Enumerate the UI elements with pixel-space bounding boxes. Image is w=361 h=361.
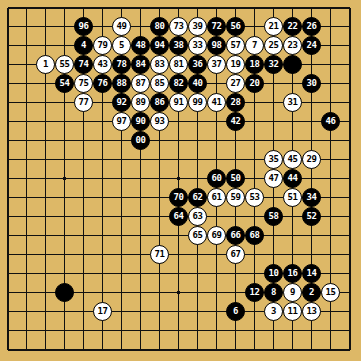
white-stone: 85: [150, 74, 169, 93]
white-stone: 59: [226, 188, 245, 207]
white-stone: 23: [283, 36, 302, 55]
move-number-label: 70: [174, 193, 184, 202]
move-number-label: 81: [174, 60, 184, 69]
white-stone: 53: [245, 188, 264, 207]
black-stone: 90: [131, 112, 150, 131]
move-number-label: 9: [290, 288, 295, 297]
white-stone: 19: [226, 55, 245, 74]
black-stone: 76: [93, 74, 112, 93]
move-number-label: 11: [288, 307, 298, 316]
move-number-label: 58: [269, 212, 279, 221]
white-stone: 7: [245, 36, 264, 55]
move-number-label: 27: [231, 79, 241, 88]
white-stone: 17: [93, 302, 112, 321]
white-stone: 37: [207, 55, 226, 74]
white-stone: 33: [188, 36, 207, 55]
move-number-label: 35: [269, 155, 279, 164]
move-number-label: 73: [174, 22, 184, 31]
move-number-label: 10: [269, 269, 279, 278]
black-stone: 44: [283, 169, 302, 188]
move-number-label: 63: [193, 212, 203, 221]
black-stone: 34: [302, 188, 321, 207]
move-number-label: 65: [193, 231, 203, 240]
white-stone: 79: [93, 36, 112, 55]
move-number-label: 96: [79, 22, 89, 31]
white-stone: 25: [264, 36, 283, 55]
move-number-label: 39: [193, 22, 203, 31]
move-number-label: 67: [231, 250, 241, 259]
move-number-label: 16: [288, 269, 298, 278]
white-stone: 67: [226, 245, 245, 264]
black-stone: 56: [226, 17, 245, 36]
move-number-label: 1: [43, 60, 48, 69]
move-number-label: 4: [81, 41, 86, 50]
black-stone: 92: [112, 93, 131, 112]
white-stone: 47: [264, 169, 283, 188]
move-number-label: 45: [288, 155, 298, 164]
move-number-label: 36: [193, 60, 203, 69]
move-number-label: 86: [155, 98, 165, 107]
move-number-label: 77: [79, 98, 89, 107]
move-number-label: 50: [231, 174, 241, 183]
black-stone: 20: [245, 74, 264, 93]
white-stone: 97: [112, 112, 131, 131]
move-number-label: 80: [155, 22, 165, 31]
move-number-label: 38: [174, 41, 184, 50]
white-stone: 91: [169, 93, 188, 112]
black-stone: 14: [302, 264, 321, 283]
move-number-label: 33: [193, 41, 203, 50]
black-stone: 60: [207, 169, 226, 188]
white-stone: 29: [302, 150, 321, 169]
move-number-label: 62: [193, 193, 203, 202]
white-stone: 71: [150, 245, 169, 264]
move-number-label: 75: [79, 79, 89, 88]
black-stone: 66: [226, 226, 245, 245]
move-number-label: 85: [155, 79, 165, 88]
black-stone: 52: [302, 207, 321, 226]
white-stone: 75: [74, 74, 93, 93]
white-stone: 81: [169, 55, 188, 74]
move-number-label: 87: [136, 79, 146, 88]
move-number-label: 00: [136, 136, 146, 145]
move-number-label: 88: [117, 79, 127, 88]
move-number-label: 56: [231, 22, 241, 31]
black-stone: 10: [264, 264, 283, 283]
white-stone: 63: [188, 207, 207, 226]
move-number-label: 98: [212, 41, 222, 50]
move-number-label: 82: [174, 79, 184, 88]
move-number-label: 92: [117, 98, 127, 107]
move-number-label: 91: [174, 98, 184, 107]
white-stone: 31: [283, 93, 302, 112]
white-stone: 73: [169, 17, 188, 36]
white-stone: 51: [283, 188, 302, 207]
black-stone: 6: [226, 302, 245, 321]
black-stone: 18: [245, 55, 264, 74]
white-stone: 5: [112, 36, 131, 55]
white-stone: 87: [131, 74, 150, 93]
black-stone: 70: [169, 188, 188, 207]
move-number-label: 28: [231, 98, 241, 107]
move-number-label: 59: [231, 193, 241, 202]
black-stone: 8: [264, 283, 283, 302]
move-number-label: 5: [119, 41, 124, 50]
move-number-label: 12: [250, 288, 260, 297]
move-number-label: 30: [307, 79, 317, 88]
black-stone: 62: [188, 188, 207, 207]
move-number-label: 34: [307, 193, 317, 202]
move-number-label: 53: [250, 193, 260, 202]
move-number-label: 84: [136, 60, 146, 69]
white-stone: 45: [283, 150, 302, 169]
move-number-label: 57: [231, 41, 241, 50]
black-stone: 98: [207, 36, 226, 55]
move-number-label: 32: [269, 60, 279, 69]
move-number-label: 14: [307, 269, 317, 278]
black-stone: 2: [302, 283, 321, 302]
move-number-label: 68: [250, 231, 260, 240]
white-stone: 99: [188, 93, 207, 112]
move-number-label: 83: [155, 60, 165, 69]
white-stone: 15: [321, 283, 340, 302]
move-number-label: 25: [269, 41, 279, 50]
white-stone: 69: [207, 226, 226, 245]
white-stone: 89: [131, 93, 150, 112]
move-number-label: 22: [288, 22, 298, 31]
move-number-label: 15: [326, 288, 336, 297]
move-number-label: 19: [231, 60, 241, 69]
move-number-label: 17: [98, 307, 108, 316]
move-number-label: 46: [326, 117, 336, 126]
white-stone: 27: [226, 74, 245, 93]
move-number-label: 2: [309, 288, 314, 297]
move-number-label: 66: [231, 231, 241, 240]
white-stone: 39: [188, 17, 207, 36]
move-number-label: 43: [98, 60, 108, 69]
move-number-label: 29: [307, 155, 317, 164]
move-number-label: 55: [60, 60, 70, 69]
black-stone: 58: [264, 207, 283, 226]
white-stone: 55: [55, 55, 74, 74]
move-number-label: 18: [250, 60, 260, 69]
black-stone: 12: [245, 283, 264, 302]
move-number-label: 42: [231, 117, 241, 126]
move-number-label: 99: [193, 98, 203, 107]
black-stone: 22: [283, 17, 302, 36]
move-number-label: 72: [212, 22, 222, 31]
black-stone: [55, 283, 74, 302]
white-stone: 3: [264, 302, 283, 321]
black-stone: [283, 55, 302, 74]
black-stone: 86: [150, 93, 169, 112]
black-stone: 00: [131, 131, 150, 150]
black-stone: 54: [55, 74, 74, 93]
black-stone: 28: [226, 93, 245, 112]
white-stone: 35: [264, 150, 283, 169]
black-stone: 30: [302, 74, 321, 93]
move-number-label: 23: [288, 41, 298, 50]
black-stone: 24: [302, 36, 321, 55]
move-number-label: 47: [269, 174, 279, 183]
move-number-label: 20: [250, 79, 260, 88]
white-stone: 41: [207, 93, 226, 112]
move-number-label: 52: [307, 212, 317, 221]
move-number-label: 69: [212, 231, 222, 240]
white-stone: 13: [302, 302, 321, 321]
move-number-label: 21: [269, 22, 279, 31]
white-stone: 1: [36, 55, 55, 74]
move-number-label: 60: [212, 174, 222, 183]
move-number-label: 31: [288, 98, 298, 107]
black-stone: 26: [302, 17, 321, 36]
white-stone: 93: [150, 112, 169, 131]
move-number-label: 76: [98, 79, 108, 88]
stones-layer: 1234567891011121314151617181920212223242…: [0, 0, 359, 359]
black-stone: 36: [188, 55, 207, 74]
white-stone: 49: [112, 17, 131, 36]
move-number-label: 64: [174, 212, 184, 221]
move-number-label: 24: [307, 41, 317, 50]
move-number-label: 90: [136, 117, 146, 126]
black-stone: 16: [283, 264, 302, 283]
move-number-label: 54: [60, 79, 70, 88]
move-number-label: 93: [155, 117, 165, 126]
go-board[interactable]: 1234567891011121314151617181920212223242…: [0, 0, 361, 361]
black-stone: 96: [74, 17, 93, 36]
black-stone: 46: [321, 112, 340, 131]
move-number-label: 40: [193, 79, 203, 88]
move-number-label: 8: [271, 288, 276, 297]
white-stone: 61: [207, 188, 226, 207]
move-number-label: 44: [288, 174, 298, 183]
move-number-label: 13: [307, 307, 317, 316]
move-number-label: 71: [155, 250, 165, 259]
black-stone: 82: [169, 74, 188, 93]
white-stone: 43: [93, 55, 112, 74]
move-number-label: 94: [155, 41, 165, 50]
white-stone: 77: [74, 93, 93, 112]
black-stone: 48: [131, 36, 150, 55]
move-number-label: 49: [117, 22, 127, 31]
move-number-label: 78: [117, 60, 127, 69]
black-stone: 88: [112, 74, 131, 93]
white-stone: 21: [264, 17, 283, 36]
white-stone: 83: [150, 55, 169, 74]
move-number-label: 74: [79, 60, 89, 69]
black-stone: 4: [74, 36, 93, 55]
white-stone: 57: [226, 36, 245, 55]
move-number-label: 26: [307, 22, 317, 31]
move-number-label: 6: [233, 307, 238, 316]
move-number-label: 51: [288, 193, 298, 202]
black-stone: 94: [150, 36, 169, 55]
black-stone: 50: [226, 169, 245, 188]
move-number-label: 89: [136, 98, 146, 107]
black-stone: 72: [207, 17, 226, 36]
black-stone: 84: [131, 55, 150, 74]
move-number-label: 61: [212, 193, 222, 202]
black-stone: 64: [169, 207, 188, 226]
move-number-label: 7: [252, 41, 257, 50]
move-number-label: 97: [117, 117, 127, 126]
white-stone: 11: [283, 302, 302, 321]
white-stone: 9: [283, 283, 302, 302]
black-stone: 80: [150, 17, 169, 36]
black-stone: 74: [74, 55, 93, 74]
black-stone: 38: [169, 36, 188, 55]
black-stone: 32: [264, 55, 283, 74]
black-stone: 78: [112, 55, 131, 74]
black-stone: 42: [226, 112, 245, 131]
black-stone: 68: [245, 226, 264, 245]
move-number-label: 41: [212, 98, 222, 107]
move-number-label: 79: [98, 41, 108, 50]
move-number-label: 3: [271, 307, 276, 316]
move-number-label: 48: [136, 41, 146, 50]
black-stone: 40: [188, 74, 207, 93]
move-number-label: 37: [212, 60, 222, 69]
white-stone: 65: [188, 226, 207, 245]
